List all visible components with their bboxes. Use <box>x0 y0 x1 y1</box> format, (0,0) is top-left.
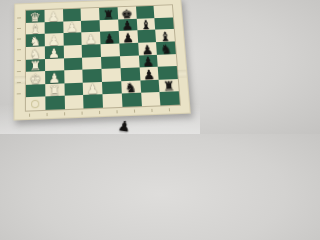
square-d6[interactable] <box>119 43 138 56</box>
square-c7[interactable] <box>137 30 156 43</box>
square-d4[interactable] <box>82 44 101 57</box>
square-a7[interactable] <box>136 6 155 19</box>
square-a4[interactable] <box>81 8 100 21</box>
square-e1[interactable]: ♜ <box>26 59 45 72</box>
square-b3[interactable]: ♟ <box>63 21 82 34</box>
board-maker-emblem <box>31 99 39 108</box>
square-h2[interactable] <box>45 96 64 110</box>
square-d3[interactable] <box>63 45 82 58</box>
square-a2[interactable]: ♟ <box>44 9 63 22</box>
square-b4[interactable] <box>81 20 100 33</box>
square-h8[interactable] <box>160 92 180 106</box>
square-c8[interactable]: ♝ <box>155 29 174 42</box>
square-f6[interactable] <box>120 68 140 81</box>
chess-board: ♛♟♜♚♝♟♟♝♞♟♟♟♟♝♞♟♟♞♜♟♚♟♟♜♟♞♜ <box>25 4 181 111</box>
square-g3[interactable] <box>64 82 83 96</box>
square-h3[interactable] <box>64 95 84 109</box>
square-e4[interactable] <box>82 56 101 69</box>
square-f4[interactable] <box>83 69 102 82</box>
square-b1[interactable]: ♝ <box>26 22 45 35</box>
square-c3[interactable] <box>63 33 82 46</box>
square-e3[interactable] <box>63 57 82 70</box>
square-c4[interactable]: ♟ <box>82 32 101 45</box>
square-f7[interactable]: ♟ <box>139 67 159 80</box>
square-a8[interactable] <box>154 5 173 18</box>
square-d7[interactable]: ♟ <box>138 42 157 55</box>
square-h1[interactable] <box>26 97 45 111</box>
square-d8[interactable]: ♞ <box>156 41 176 54</box>
square-h4[interactable] <box>83 95 103 109</box>
square-d1[interactable]: ♞ <box>26 46 45 59</box>
square-c6[interactable]: ♟ <box>118 31 137 44</box>
square-c2[interactable]: ♟ <box>44 33 63 46</box>
square-e7[interactable]: ♟ <box>138 54 158 67</box>
square-h6[interactable] <box>122 93 142 107</box>
square-a6[interactable]: ♚ <box>117 7 136 20</box>
square-g4[interactable]: ♟ <box>83 82 102 96</box>
square-e8[interactable] <box>157 54 177 67</box>
square-d2[interactable]: ♟ <box>45 46 64 59</box>
square-e5[interactable] <box>101 56 120 69</box>
square-g2[interactable]: ♜ <box>45 83 64 97</box>
square-h5[interactable] <box>102 94 122 108</box>
square-b2[interactable] <box>44 21 63 34</box>
square-f3[interactable] <box>64 70 83 83</box>
square-b5[interactable] <box>100 19 119 32</box>
square-f5[interactable] <box>101 68 120 81</box>
square-f8[interactable] <box>158 66 178 79</box>
square-h7[interactable] <box>141 92 161 106</box>
captured-black-pawn[interactable]: ♟ <box>117 118 131 134</box>
square-g6[interactable]: ♞ <box>121 80 141 94</box>
square-g1[interactable] <box>26 84 45 98</box>
square-c1[interactable]: ♞ <box>26 34 45 47</box>
square-a1[interactable]: ♛ <box>26 10 44 23</box>
square-d5[interactable] <box>100 43 119 56</box>
square-e2[interactable] <box>45 58 64 71</box>
square-g8[interactable]: ♜ <box>159 79 179 93</box>
square-a3[interactable] <box>63 9 82 22</box>
chess-board-sheet: ♛♟♜♚♝♟♟♝♞♟♟♟♟♝♞♟♟♞♜♟♚♟♟♜♟♞♜ <box>14 0 191 121</box>
square-g5[interactable] <box>102 81 122 95</box>
square-c5[interactable]: ♟ <box>100 31 119 44</box>
square-g7[interactable] <box>140 80 160 94</box>
square-e6[interactable] <box>120 55 139 68</box>
square-b8[interactable] <box>155 17 174 30</box>
square-a5[interactable]: ♜ <box>99 7 118 20</box>
square-b7[interactable]: ♝ <box>136 18 155 31</box>
square-f2[interactable]: ♟ <box>45 70 64 83</box>
left-coordinate-marks <box>17 17 21 102</box>
square-f1[interactable]: ♚ <box>26 71 45 84</box>
square-b6[interactable]: ♟ <box>118 18 137 31</box>
